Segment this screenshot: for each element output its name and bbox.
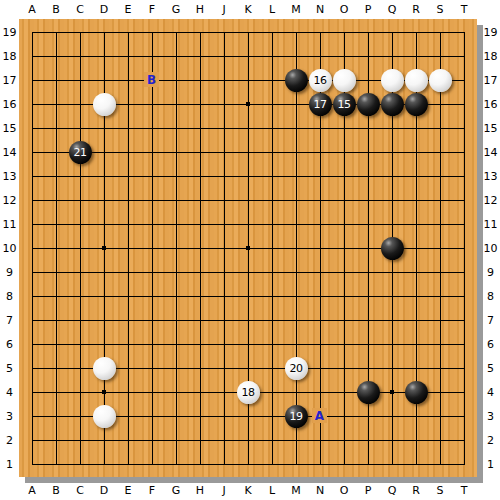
- intersection-D15[interactable]: [92, 116, 116, 140]
- intersection-E2[interactable]: [116, 428, 140, 452]
- intersection-E10[interactable]: [116, 236, 140, 260]
- intersection-C5[interactable]: [68, 356, 92, 380]
- intersection-H6[interactable]: [188, 332, 212, 356]
- intersection-D2[interactable]: [92, 428, 116, 452]
- intersection-L18[interactable]: [260, 44, 284, 68]
- intersection-P3[interactable]: [356, 404, 380, 428]
- intersection-D7[interactable]: [92, 308, 116, 332]
- intersection-M9[interactable]: [284, 260, 308, 284]
- intersection-L10[interactable]: [260, 236, 284, 260]
- intersection-S3[interactable]: [428, 404, 452, 428]
- intersection-F5[interactable]: [140, 356, 164, 380]
- intersection-R10[interactable]: [404, 236, 428, 260]
- intersection-J11[interactable]: [212, 212, 236, 236]
- intersection-G15[interactable]: [164, 116, 188, 140]
- intersection-M7[interactable]: [284, 308, 308, 332]
- intersection-J13[interactable]: [212, 164, 236, 188]
- intersection-E14[interactable]: [116, 140, 140, 164]
- intersection-D17[interactable]: [92, 68, 116, 92]
- intersection-O16[interactable]: 15: [332, 92, 356, 116]
- intersection-L12[interactable]: [260, 188, 284, 212]
- intersection-F12[interactable]: [140, 188, 164, 212]
- intersection-R18[interactable]: [404, 44, 428, 68]
- intersection-J12[interactable]: [212, 188, 236, 212]
- intersection-H12[interactable]: [188, 188, 212, 212]
- intersection-L8[interactable]: [260, 284, 284, 308]
- intersection-B8[interactable]: [44, 284, 68, 308]
- intersection-C19[interactable]: [68, 20, 92, 44]
- intersection-S12[interactable]: [428, 188, 452, 212]
- intersection-A4[interactable]: [20, 380, 44, 404]
- intersection-T4[interactable]: [452, 380, 476, 404]
- intersection-L19[interactable]: [260, 20, 284, 44]
- intersection-H1[interactable]: [188, 452, 212, 476]
- intersection-J8[interactable]: [212, 284, 236, 308]
- intersection-E16[interactable]: [116, 92, 140, 116]
- intersection-Q17[interactable]: [380, 68, 404, 92]
- intersection-P4[interactable]: [356, 380, 380, 404]
- intersection-O10[interactable]: [332, 236, 356, 260]
- intersection-K8[interactable]: [236, 284, 260, 308]
- intersection-J14[interactable]: [212, 140, 236, 164]
- intersection-P13[interactable]: [356, 164, 380, 188]
- intersection-B13[interactable]: [44, 164, 68, 188]
- intersection-T12[interactable]: [452, 188, 476, 212]
- intersection-S7[interactable]: [428, 308, 452, 332]
- intersection-D9[interactable]: [92, 260, 116, 284]
- intersection-D16[interactable]: [92, 92, 116, 116]
- intersection-O19[interactable]: [332, 20, 356, 44]
- intersection-P9[interactable]: [356, 260, 380, 284]
- intersection-B7[interactable]: [44, 308, 68, 332]
- intersection-A7[interactable]: [20, 308, 44, 332]
- intersection-G11[interactable]: [164, 212, 188, 236]
- intersection-E6[interactable]: [116, 332, 140, 356]
- intersection-P12[interactable]: [356, 188, 380, 212]
- intersection-O5[interactable]: [332, 356, 356, 380]
- intersection-G19[interactable]: [164, 20, 188, 44]
- intersection-C7[interactable]: [68, 308, 92, 332]
- intersection-O7[interactable]: [332, 308, 356, 332]
- intersection-E15[interactable]: [116, 116, 140, 140]
- intersection-M5[interactable]: 20: [284, 356, 308, 380]
- intersection-R4[interactable]: [404, 380, 428, 404]
- intersection-G13[interactable]: [164, 164, 188, 188]
- intersection-P2[interactable]: [356, 428, 380, 452]
- intersection-L16[interactable]: [260, 92, 284, 116]
- intersection-B2[interactable]: [44, 428, 68, 452]
- intersection-J3[interactable]: [212, 404, 236, 428]
- intersection-D8[interactable]: [92, 284, 116, 308]
- intersection-P6[interactable]: [356, 332, 380, 356]
- intersection-P5[interactable]: [356, 356, 380, 380]
- intersection-F8[interactable]: [140, 284, 164, 308]
- intersection-B4[interactable]: [44, 380, 68, 404]
- intersection-R16[interactable]: [404, 92, 428, 116]
- intersection-D10[interactable]: [92, 236, 116, 260]
- intersection-O11[interactable]: [332, 212, 356, 236]
- intersection-N1[interactable]: [308, 452, 332, 476]
- intersection-K18[interactable]: [236, 44, 260, 68]
- intersection-E19[interactable]: [116, 20, 140, 44]
- intersection-J5[interactable]: [212, 356, 236, 380]
- intersection-R7[interactable]: [404, 308, 428, 332]
- intersection-N10[interactable]: [308, 236, 332, 260]
- intersection-O9[interactable]: [332, 260, 356, 284]
- intersection-F11[interactable]: [140, 212, 164, 236]
- intersection-H7[interactable]: [188, 308, 212, 332]
- intersection-B9[interactable]: [44, 260, 68, 284]
- intersection-N12[interactable]: [308, 188, 332, 212]
- intersection-S18[interactable]: [428, 44, 452, 68]
- intersection-J18[interactable]: [212, 44, 236, 68]
- intersection-C18[interactable]: [68, 44, 92, 68]
- intersection-D1[interactable]: [92, 452, 116, 476]
- intersection-M17[interactable]: [284, 68, 308, 92]
- intersection-T16[interactable]: [452, 92, 476, 116]
- intersection-Q9[interactable]: [380, 260, 404, 284]
- intersection-K5[interactable]: [236, 356, 260, 380]
- intersection-G4[interactable]: [164, 380, 188, 404]
- intersection-O3[interactable]: [332, 404, 356, 428]
- intersection-D5[interactable]: [92, 356, 116, 380]
- intersection-S15[interactable]: [428, 116, 452, 140]
- intersection-N5[interactable]: [308, 356, 332, 380]
- intersection-L7[interactable]: [260, 308, 284, 332]
- intersection-L11[interactable]: [260, 212, 284, 236]
- intersection-N17[interactable]: 16: [308, 68, 332, 92]
- intersection-N18[interactable]: [308, 44, 332, 68]
- intersection-E1[interactable]: [116, 452, 140, 476]
- intersection-G9[interactable]: [164, 260, 188, 284]
- intersection-J6[interactable]: [212, 332, 236, 356]
- intersection-F19[interactable]: [140, 20, 164, 44]
- intersection-Q12[interactable]: [380, 188, 404, 212]
- intersection-K3[interactable]: [236, 404, 260, 428]
- intersection-D14[interactable]: [92, 140, 116, 164]
- intersection-G18[interactable]: [164, 44, 188, 68]
- intersection-T3[interactable]: [452, 404, 476, 428]
- intersection-C1[interactable]: [68, 452, 92, 476]
- intersection-K19[interactable]: [236, 20, 260, 44]
- intersection-D19[interactable]: [92, 20, 116, 44]
- intersection-O13[interactable]: [332, 164, 356, 188]
- intersection-O2[interactable]: [332, 428, 356, 452]
- intersection-R17[interactable]: [404, 68, 428, 92]
- intersection-K11[interactable]: [236, 212, 260, 236]
- intersection-S8[interactable]: [428, 284, 452, 308]
- intersection-S16[interactable]: [428, 92, 452, 116]
- intersection-T5[interactable]: [452, 356, 476, 380]
- intersection-N15[interactable]: [308, 116, 332, 140]
- intersection-B6[interactable]: [44, 332, 68, 356]
- intersection-P1[interactable]: [356, 452, 380, 476]
- intersection-E4[interactable]: [116, 380, 140, 404]
- intersection-A16[interactable]: [20, 92, 44, 116]
- intersection-K9[interactable]: [236, 260, 260, 284]
- intersection-B11[interactable]: [44, 212, 68, 236]
- intersection-H9[interactable]: [188, 260, 212, 284]
- intersection-F16[interactable]: [140, 92, 164, 116]
- intersection-S4[interactable]: [428, 380, 452, 404]
- intersection-A6[interactable]: [20, 332, 44, 356]
- intersection-L4[interactable]: [260, 380, 284, 404]
- intersection-O6[interactable]: [332, 332, 356, 356]
- intersection-K12[interactable]: [236, 188, 260, 212]
- intersection-J15[interactable]: [212, 116, 236, 140]
- intersection-A11[interactable]: [20, 212, 44, 236]
- intersection-A17[interactable]: [20, 68, 44, 92]
- intersection-D18[interactable]: [92, 44, 116, 68]
- intersection-L3[interactable]: [260, 404, 284, 428]
- intersection-L13[interactable]: [260, 164, 284, 188]
- intersection-O8[interactable]: [332, 284, 356, 308]
- intersection-M18[interactable]: [284, 44, 308, 68]
- intersection-C4[interactable]: [68, 380, 92, 404]
- intersection-B16[interactable]: [44, 92, 68, 116]
- intersection-C2[interactable]: [68, 428, 92, 452]
- intersection-R12[interactable]: [404, 188, 428, 212]
- intersection-N16[interactable]: 17: [308, 92, 332, 116]
- intersection-T14[interactable]: [452, 140, 476, 164]
- intersection-F17[interactable]: B: [140, 68, 164, 92]
- intersection-K14[interactable]: [236, 140, 260, 164]
- intersection-O15[interactable]: [332, 116, 356, 140]
- intersection-A18[interactable]: [20, 44, 44, 68]
- intersection-L1[interactable]: [260, 452, 284, 476]
- intersection-L6[interactable]: [260, 332, 284, 356]
- intersection-S5[interactable]: [428, 356, 452, 380]
- intersection-G2[interactable]: [164, 428, 188, 452]
- intersection-K17[interactable]: [236, 68, 260, 92]
- intersection-E12[interactable]: [116, 188, 140, 212]
- intersection-C8[interactable]: [68, 284, 92, 308]
- intersection-F6[interactable]: [140, 332, 164, 356]
- intersection-Q11[interactable]: [380, 212, 404, 236]
- intersection-C16[interactable]: [68, 92, 92, 116]
- intersection-Q8[interactable]: [380, 284, 404, 308]
- intersection-K15[interactable]: [236, 116, 260, 140]
- intersection-O12[interactable]: [332, 188, 356, 212]
- intersection-T18[interactable]: [452, 44, 476, 68]
- intersection-E5[interactable]: [116, 356, 140, 380]
- intersection-Q19[interactable]: [380, 20, 404, 44]
- intersection-R2[interactable]: [404, 428, 428, 452]
- intersection-S2[interactable]: [428, 428, 452, 452]
- intersection-P11[interactable]: [356, 212, 380, 236]
- intersection-G16[interactable]: [164, 92, 188, 116]
- intersection-K1[interactable]: [236, 452, 260, 476]
- intersection-A2[interactable]: [20, 428, 44, 452]
- intersection-P15[interactable]: [356, 116, 380, 140]
- intersection-T2[interactable]: [452, 428, 476, 452]
- intersection-P17[interactable]: [356, 68, 380, 92]
- intersection-H4[interactable]: [188, 380, 212, 404]
- intersection-H3[interactable]: [188, 404, 212, 428]
- intersection-J16[interactable]: [212, 92, 236, 116]
- intersection-E9[interactable]: [116, 260, 140, 284]
- intersection-Q13[interactable]: [380, 164, 404, 188]
- intersection-B17[interactable]: [44, 68, 68, 92]
- intersection-T8[interactable]: [452, 284, 476, 308]
- intersection-R19[interactable]: [404, 20, 428, 44]
- intersection-P10[interactable]: [356, 236, 380, 260]
- intersection-T13[interactable]: [452, 164, 476, 188]
- intersection-A9[interactable]: [20, 260, 44, 284]
- intersection-K16[interactable]: [236, 92, 260, 116]
- intersection-B1[interactable]: [44, 452, 68, 476]
- intersection-T6[interactable]: [452, 332, 476, 356]
- intersection-M16[interactable]: [284, 92, 308, 116]
- intersection-H13[interactable]: [188, 164, 212, 188]
- intersection-A10[interactable]: [20, 236, 44, 260]
- intersection-T17[interactable]: [452, 68, 476, 92]
- intersection-G8[interactable]: [164, 284, 188, 308]
- intersection-F15[interactable]: [140, 116, 164, 140]
- intersection-D13[interactable]: [92, 164, 116, 188]
- intersection-Q2[interactable]: [380, 428, 404, 452]
- intersection-E3[interactable]: [116, 404, 140, 428]
- intersection-P19[interactable]: [356, 20, 380, 44]
- intersection-S6[interactable]: [428, 332, 452, 356]
- intersection-Q16[interactable]: [380, 92, 404, 116]
- intersection-O18[interactable]: [332, 44, 356, 68]
- intersection-B18[interactable]: [44, 44, 68, 68]
- intersection-M1[interactable]: [284, 452, 308, 476]
- intersection-K4[interactable]: 18: [236, 380, 260, 404]
- intersection-M12[interactable]: [284, 188, 308, 212]
- intersection-M2[interactable]: [284, 428, 308, 452]
- intersection-H18[interactable]: [188, 44, 212, 68]
- intersection-A19[interactable]: [20, 20, 44, 44]
- intersection-K10[interactable]: [236, 236, 260, 260]
- intersection-R9[interactable]: [404, 260, 428, 284]
- intersection-M6[interactable]: [284, 332, 308, 356]
- intersection-S19[interactable]: [428, 20, 452, 44]
- intersection-R11[interactable]: [404, 212, 428, 236]
- intersection-H5[interactable]: [188, 356, 212, 380]
- intersection-N14[interactable]: [308, 140, 332, 164]
- intersection-E8[interactable]: [116, 284, 140, 308]
- intersection-H15[interactable]: [188, 116, 212, 140]
- intersection-R8[interactable]: [404, 284, 428, 308]
- intersection-Q15[interactable]: [380, 116, 404, 140]
- intersection-G14[interactable]: [164, 140, 188, 164]
- intersection-F7[interactable]: [140, 308, 164, 332]
- intersection-T15[interactable]: [452, 116, 476, 140]
- intersection-T9[interactable]: [452, 260, 476, 284]
- intersection-E17[interactable]: [116, 68, 140, 92]
- intersection-G17[interactable]: [164, 68, 188, 92]
- intersection-R13[interactable]: [404, 164, 428, 188]
- intersection-M10[interactable]: [284, 236, 308, 260]
- intersection-F1[interactable]: [140, 452, 164, 476]
- intersection-A5[interactable]: [20, 356, 44, 380]
- intersection-H2[interactable]: [188, 428, 212, 452]
- intersection-A14[interactable]: [20, 140, 44, 164]
- intersection-Q14[interactable]: [380, 140, 404, 164]
- intersection-J19[interactable]: [212, 20, 236, 44]
- intersection-E11[interactable]: [116, 212, 140, 236]
- intersection-S11[interactable]: [428, 212, 452, 236]
- intersection-R14[interactable]: [404, 140, 428, 164]
- intersection-N9[interactable]: [308, 260, 332, 284]
- intersection-A12[interactable]: [20, 188, 44, 212]
- intersection-A1[interactable]: [20, 452, 44, 476]
- intersection-P18[interactable]: [356, 44, 380, 68]
- intersection-C12[interactable]: [68, 188, 92, 212]
- intersection-T1[interactable]: [452, 452, 476, 476]
- intersection-N2[interactable]: [308, 428, 332, 452]
- intersection-Q1[interactable]: [380, 452, 404, 476]
- intersection-P16[interactable]: [356, 92, 380, 116]
- intersection-J7[interactable]: [212, 308, 236, 332]
- intersection-R15[interactable]: [404, 116, 428, 140]
- intersection-H19[interactable]: [188, 20, 212, 44]
- intersection-Q3[interactable]: [380, 404, 404, 428]
- intersection-E13[interactable]: [116, 164, 140, 188]
- intersection-N3[interactable]: A: [308, 404, 332, 428]
- intersection-O1[interactable]: [332, 452, 356, 476]
- intersection-B10[interactable]: [44, 236, 68, 260]
- intersection-H8[interactable]: [188, 284, 212, 308]
- intersection-F3[interactable]: [140, 404, 164, 428]
- intersection-P8[interactable]: [356, 284, 380, 308]
- intersection-F4[interactable]: [140, 380, 164, 404]
- intersection-F18[interactable]: [140, 44, 164, 68]
- intersection-J2[interactable]: [212, 428, 236, 452]
- intersection-D4[interactable]: [92, 380, 116, 404]
- intersection-Q6[interactable]: [380, 332, 404, 356]
- intersection-J4[interactable]: [212, 380, 236, 404]
- intersection-E7[interactable]: [116, 308, 140, 332]
- intersection-P14[interactable]: [356, 140, 380, 164]
- intersection-B19[interactable]: [44, 20, 68, 44]
- intersection-H11[interactable]: [188, 212, 212, 236]
- intersection-G12[interactable]: [164, 188, 188, 212]
- intersection-O14[interactable]: [332, 140, 356, 164]
- intersection-N19[interactable]: [308, 20, 332, 44]
- intersection-B3[interactable]: [44, 404, 68, 428]
- intersection-S17[interactable]: [428, 68, 452, 92]
- intersection-M8[interactable]: [284, 284, 308, 308]
- intersection-Q10[interactable]: [380, 236, 404, 260]
- intersection-G10[interactable]: [164, 236, 188, 260]
- intersection-C14[interactable]: 21: [68, 140, 92, 164]
- intersection-Q4[interactable]: [380, 380, 404, 404]
- intersection-A13[interactable]: [20, 164, 44, 188]
- intersection-N6[interactable]: [308, 332, 332, 356]
- intersection-C3[interactable]: [68, 404, 92, 428]
- intersection-H17[interactable]: [188, 68, 212, 92]
- intersection-J9[interactable]: [212, 260, 236, 284]
- intersection-K13[interactable]: [236, 164, 260, 188]
- intersection-L2[interactable]: [260, 428, 284, 452]
- intersection-C11[interactable]: [68, 212, 92, 236]
- intersection-T11[interactable]: [452, 212, 476, 236]
- intersection-M19[interactable]: [284, 20, 308, 44]
- intersection-B5[interactable]: [44, 356, 68, 380]
- intersection-M11[interactable]: [284, 212, 308, 236]
- intersection-J10[interactable]: [212, 236, 236, 260]
- intersection-L17[interactable]: [260, 68, 284, 92]
- intersection-M3[interactable]: 19: [284, 404, 308, 428]
- intersection-C6[interactable]: [68, 332, 92, 356]
- intersection-P7[interactable]: [356, 308, 380, 332]
- intersection-C10[interactable]: [68, 236, 92, 260]
- intersection-G7[interactable]: [164, 308, 188, 332]
- intersection-C9[interactable]: [68, 260, 92, 284]
